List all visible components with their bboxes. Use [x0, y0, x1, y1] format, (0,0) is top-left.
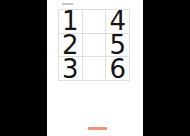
cell-r2c1: 2 [59, 34, 82, 57]
cell-r3c3: 6 [106, 57, 129, 80]
cell-r1c2 [83, 10, 106, 33]
cell-r2c3: 5 [106, 34, 129, 57]
cell-r2c2 [83, 34, 106, 57]
cell-r3c1: 3 [59, 57, 82, 80]
canvas-background: 1 4 2 5 3 6 [0, 0, 190, 136]
worksheet-page: 1 4 2 5 3 6 [47, 0, 143, 136]
footer-url-watermark [88, 127, 107, 130]
header-text-watermark [62, 3, 73, 5]
puzzle-grid: 1 4 2 5 3 6 [58, 9, 130, 81]
cell-r3c2 [83, 57, 106, 80]
